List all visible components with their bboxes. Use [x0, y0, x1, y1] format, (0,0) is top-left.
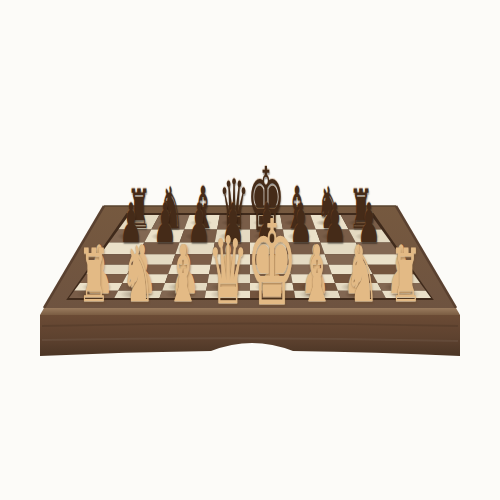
piece-white-bishop[interactable]: ♝: [166, 236, 200, 314]
piece-white-knight[interactable]: ♞: [345, 237, 378, 314]
piece-white-rook[interactable]: ♜: [390, 239, 421, 312]
piece-white-king[interactable]: ♚: [247, 204, 298, 322]
piece-white-bishop[interactable]: ♝: [300, 236, 334, 314]
chess-board: ♜♞♝♛♚♝♞♜♟♟♟♟♟♟♟♟♟♟♟♟♟♟♟♟♜♞♝♛♚♝♞♜: [0, 0, 500, 500]
piece-white-knight[interactable]: ♞: [122, 237, 155, 314]
scene: ♜♞♝♛♚♝♞♜♟♟♟♟♟♟♟♟♟♟♟♟♟♟♟♟♜♞♝♛♚♝♞♜: [0, 0, 500, 500]
piece-white-queen[interactable]: ♛: [208, 224, 248, 317]
piece-white-rook[interactable]: ♜: [78, 239, 109, 312]
